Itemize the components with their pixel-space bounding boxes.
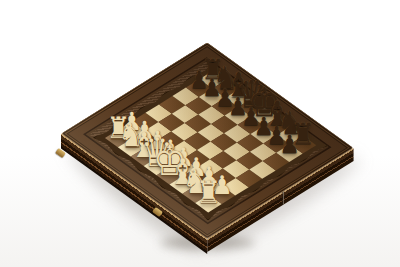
photo-scene: ♜♞♝♛♚♝♞♜♟♟♟♟♟♟♟♟♟♟♟♟♟♟♟♟♜♞♝♛♚♝♞♜ [0, 0, 400, 267]
piece-white-rook: ♜ [196, 177, 221, 208]
piece-black-pawn: ♟ [279, 131, 299, 156]
pieces-layer: ♜♞♝♛♚♝♞♜♟♟♟♟♟♟♟♟♟♟♟♟♟♟♟♟♜♞♝♛♚♝♞♜ [0, 0, 400, 267]
